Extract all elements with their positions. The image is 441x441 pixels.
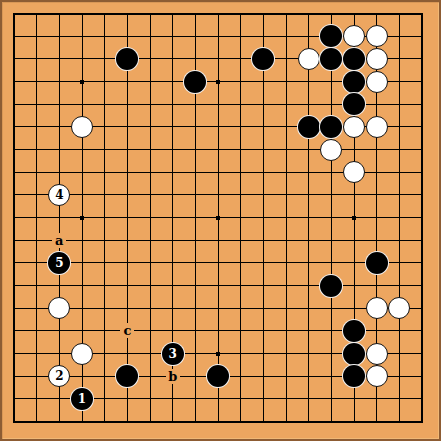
grid-line-vertical: [150, 13, 151, 423]
board-label-c: c: [120, 323, 134, 338]
stone-move-number: 1: [78, 393, 86, 405]
black-stone: [320, 275, 342, 297]
star-point: [80, 80, 84, 84]
star-point: [216, 80, 220, 84]
black-stone: [320, 116, 342, 138]
black-stone: [343, 365, 365, 387]
white-stone: [366, 25, 388, 47]
black-stone-move-1: 1: [71, 388, 93, 410]
grid-line-vertical: [263, 13, 264, 423]
stone-move-number: 5: [55, 257, 63, 269]
grid-line-vertical: [59, 13, 60, 423]
grid-line-vertical: [104, 13, 105, 423]
grid-line-vertical: [399, 13, 400, 423]
board-label-b: b: [166, 369, 180, 384]
white-stone-move-4: 4: [48, 184, 70, 206]
black-stone: [343, 71, 365, 93]
white-stone: [366, 297, 388, 319]
white-stone: [48, 297, 70, 319]
stone-move-number: 4: [55, 189, 63, 201]
black-stone: [343, 343, 365, 365]
black-stone: [343, 93, 365, 115]
white-stone: [71, 116, 93, 138]
black-stone: [184, 71, 206, 93]
go-board: abc45321: [0, 0, 441, 441]
white-stone: [71, 343, 93, 365]
black-stone: [320, 25, 342, 47]
black-stone: [116, 365, 138, 387]
white-stone: [298, 48, 320, 70]
star-point: [216, 216, 220, 220]
black-stone: [298, 116, 320, 138]
white-stone: [320, 139, 342, 161]
star-point: [216, 352, 220, 356]
grid-line-vertical: [286, 13, 287, 423]
black-stone: [343, 48, 365, 70]
white-stone: [343, 25, 365, 47]
grid-line-vertical: [308, 13, 309, 423]
black-stone: [343, 320, 365, 342]
grid-line-vertical: [13, 13, 15, 423]
black-stone-move-5: 5: [48, 252, 70, 274]
grid-line-vertical: [36, 13, 37, 423]
white-stone: [343, 116, 365, 138]
white-stone: [388, 297, 410, 319]
black-stone: [207, 365, 229, 387]
star-point: [352, 216, 356, 220]
black-stone: [252, 48, 274, 70]
black-stone-move-3: 3: [162, 343, 184, 365]
grid-line-vertical: [331, 13, 332, 423]
grid-line-vertical: [127, 13, 128, 423]
board-label-a: a: [52, 233, 66, 248]
white-stone: [366, 343, 388, 365]
white-stone: [366, 48, 388, 70]
black-stone: [320, 48, 342, 70]
black-stone: [116, 48, 138, 70]
stone-move-number: 2: [55, 370, 63, 382]
white-stone-move-2: 2: [48, 365, 70, 387]
star-point: [80, 216, 84, 220]
white-stone: [343, 161, 365, 183]
white-stone: [366, 365, 388, 387]
grid-line-vertical: [421, 13, 423, 423]
black-stone: [366, 252, 388, 274]
white-stone: [366, 71, 388, 93]
white-stone: [366, 116, 388, 138]
grid-line-vertical: [240, 13, 241, 423]
stone-move-number: 3: [169, 348, 177, 360]
